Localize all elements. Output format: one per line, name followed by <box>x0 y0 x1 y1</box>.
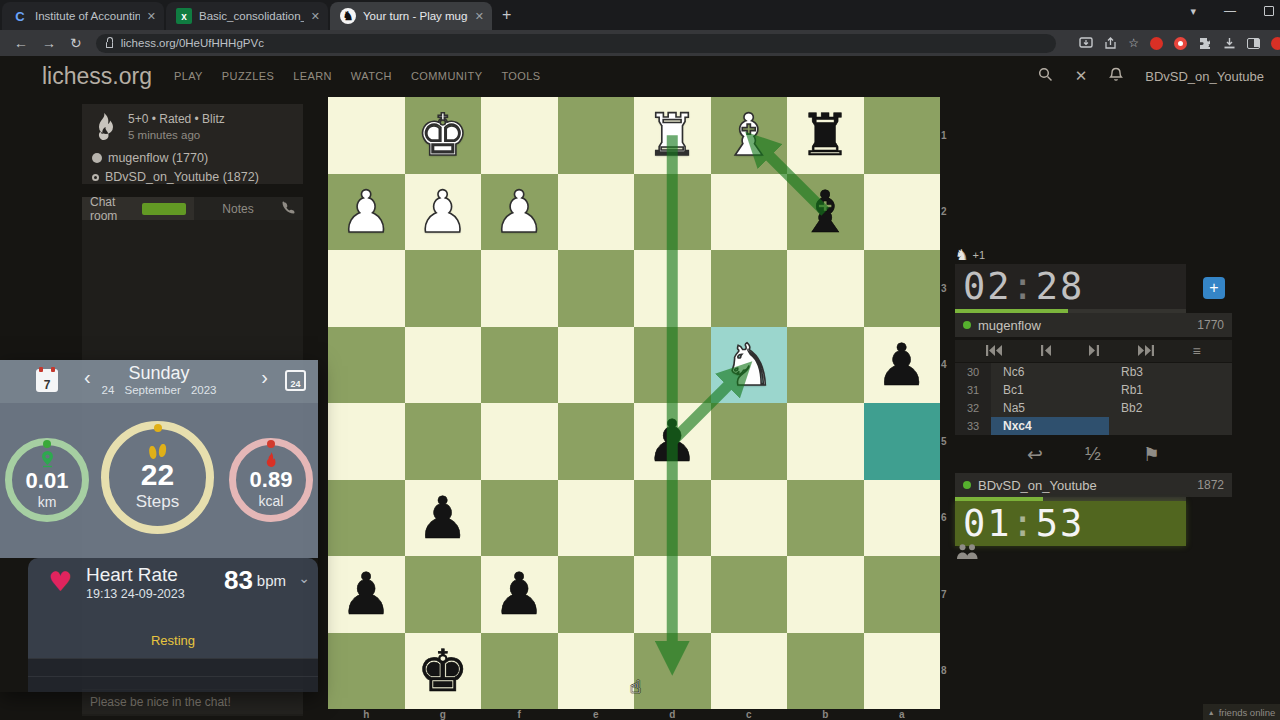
nav-puzzles[interactable]: PUZZLES <box>222 70 274 82</box>
time-control: 5+0 • Rated • Blitz <box>128 112 225 126</box>
black-piece-b1[interactable]: ♜ <box>799 97 851 174</box>
white-piece-c4[interactable]: ♞ <box>723 327 775 404</box>
square-h6[interactable] <box>328 480 405 557</box>
square-e4[interactable] <box>558 327 635 404</box>
square-d6[interactable] <box>634 480 711 557</box>
chevron-down-icon[interactable]: ⌄ <box>298 570 310 586</box>
square-a2[interactable] <box>864 174 941 251</box>
calendar-week-icon[interactable]: 7 <box>36 369 58 392</box>
url-text[interactable]: lichess.org/0HeUfHHHgPVc <box>121 37 264 49</box>
square-h1[interactable] <box>328 97 405 174</box>
footprints-icon <box>149 444 166 457</box>
online-dot <box>963 481 971 489</box>
extension-record-icon[interactable] <box>1150 37 1163 50</box>
chat-toggle[interactable] <box>142 203 186 215</box>
site-header: lichess.org PLAY PUZZLES LEARN WATCH COM… <box>0 56 1280 96</box>
move-controls: ≡ <box>955 340 1232 362</box>
square-c3[interactable] <box>711 250 788 327</box>
square-e5[interactable] <box>558 403 635 480</box>
square-c5[interactable] <box>711 403 788 480</box>
forward-icon[interactable]: → <box>42 35 56 51</box>
square-c6[interactable] <box>711 480 788 557</box>
chrome-favicon: C <box>12 8 28 24</box>
profile-avatar[interactable] <box>1271 37 1280 50</box>
square-b4[interactable] <box>787 327 864 404</box>
new-tab-button[interactable]: + <box>502 6 511 24</box>
move-row: 32 Na5 Bb2 <box>955 399 1232 417</box>
browser-tab-bar: C Institute of Accounting Science ✕ x Ba… <box>0 0 1280 30</box>
draw-offer-button[interactable]: ½ <box>1085 443 1101 465</box>
chat-input[interactable] <box>82 690 303 714</box>
nav-learn[interactable]: LEARN <box>293 70 332 82</box>
tab-lichess-active[interactable]: ♞ Your turn - Play mugenflow • lic ✕ <box>330 2 492 30</box>
move-list: 30 Nc6 Rb3 31 Bc1 Rb1 32 Na5 Bb2 33 Nxc4 <box>955 363 1232 435</box>
give-time-button[interactable]: + <box>1203 277 1225 299</box>
move[interactable]: Bc1 <box>991 381 1109 399</box>
lichess-favicon: ♞ <box>340 8 356 24</box>
square-h5[interactable] <box>328 403 405 480</box>
nav-tools[interactable]: TOOLS <box>501 70 540 82</box>
material-advantage: ♞ +1 <box>955 246 985 264</box>
last-move-button[interactable] <box>1138 342 1154 360</box>
square-d4[interactable] <box>634 327 711 404</box>
extension-red-icon[interactable] <box>1174 37 1187 50</box>
square-b8[interactable] <box>787 633 864 710</box>
tab-institute[interactable]: C Institute of Accounting Science ✕ <box>2 2 164 30</box>
nav-play[interactable]: PLAY <box>174 70 203 82</box>
game-actions: ↩ ½ ⚑ <box>955 438 1232 470</box>
square-c1[interactable]: ♝ <box>711 97 788 174</box>
downloads-icon[interactable] <box>1223 37 1236 50</box>
black-piece-g8[interactable]: ♚ <box>417 633 469 710</box>
username-menu[interactable]: BDvSD_on_Youtube <box>1145 69 1264 84</box>
white-color-icon <box>92 153 102 163</box>
menu-icon[interactable]: ≡ <box>1193 343 1201 359</box>
tab-close-icon[interactable]: ✕ <box>147 10 156 23</box>
square-b6[interactable] <box>787 480 864 557</box>
extensions-puzzle-icon[interactable] <box>1198 36 1212 50</box>
friends-online-bar[interactable]: ▲ friends online <box>1203 704 1280 720</box>
white-player-line[interactable]: mugenflow (1770) <box>92 151 293 165</box>
ring-dot <box>267 440 275 448</box>
minimize-button[interactable]: — <box>1224 4 1236 18</box>
challenges-icon[interactable]: ✕ <box>1075 67 1088 85</box>
activity-rings: 0.01 km 22 Steps 0.89 kcal <box>0 403 318 558</box>
spectators-icon[interactable] <box>956 544 979 563</box>
square-b1[interactable]: ♜ <box>787 97 864 174</box>
blitz-flame-icon <box>92 112 116 146</box>
square-g6[interactable]: ♟ <box>405 480 482 557</box>
black-piece-h7[interactable]: ♟ <box>340 556 392 633</box>
black-piece-d5[interactable]: ♟ <box>646 403 698 480</box>
square-f5[interactable] <box>481 403 558 480</box>
prev-move-button[interactable] <box>1041 342 1051 360</box>
white-piece-g1[interactable]: ♚ <box>417 97 469 174</box>
split-screen-icon[interactable] <box>1247 38 1260 49</box>
square-f6[interactable] <box>481 480 558 557</box>
file-labels: hgfedcba <box>328 709 940 720</box>
distance-ring[interactable]: 0.01 km <box>5 438 89 522</box>
overlay-day: Sunday <box>59 363 259 384</box>
white-piece-g2[interactable]: ♟ <box>417 174 469 251</box>
calorie-flame-icon <box>265 452 277 467</box>
phone-overlay: 7 ‹ Sunday 24 September 2023 › 24 0.01 k… <box>0 360 318 692</box>
square-d5[interactable]: ♟ <box>634 403 711 480</box>
square-g8[interactable]: ♚ <box>405 633 482 710</box>
game-meta-box: 5+0 • Rated • Blitz 5 minutes ago mugenf… <box>82 104 303 184</box>
black-piece-f7[interactable]: ♟ <box>493 556 545 633</box>
ring-dot <box>43 440 51 448</box>
square-f1[interactable] <box>481 97 558 174</box>
square-b2[interactable]: ♝ <box>787 174 864 251</box>
black-color-icon <box>92 174 99 181</box>
captured-knight-icon: ♞ <box>955 246 968 264</box>
square-d8[interactable] <box>634 633 711 710</box>
tab-notes[interactable]: Notes <box>194 202 282 216</box>
square-a4[interactable]: ♟ <box>864 327 941 404</box>
heart-icon: ♥ <box>48 566 72 597</box>
main-nav: PLAY PUZZLES LEARN WATCH COMMUNITY TOOLS <box>174 70 541 82</box>
square-b3[interactable] <box>787 250 864 327</box>
square-h2[interactable]: ♟ <box>328 174 405 251</box>
overlay-date-header: 7 ‹ Sunday 24 September 2023 › 24 <box>0 360 318 403</box>
overlay-footer <box>28 658 318 692</box>
online-dot <box>963 321 971 329</box>
tab-search-icon[interactable]: ▾ <box>1190 5 1196 18</box>
mouse-cursor: ☝ <box>630 676 641 697</box>
square-g3[interactable] <box>405 250 482 327</box>
calendar-date-icon[interactable]: 24 <box>285 370 306 391</box>
player-row[interactable]: BDvSD_on_Youtube 1872 <box>955 473 1232 497</box>
move[interactable] <box>1109 417 1232 435</box>
address-bar[interactable]: lichess.org/0HeUfHHHgPVc <box>96 34 1056 53</box>
calories-ring[interactable]: 0.89 kcal <box>229 438 313 522</box>
white-piece-d1[interactable]: ♜ <box>646 97 698 174</box>
move[interactable]: Nc6 <box>991 363 1109 381</box>
move[interactable]: Rb3 <box>1109 363 1232 381</box>
square-f4[interactable] <box>481 327 558 404</box>
black-piece-g6[interactable]: ♟ <box>417 480 469 557</box>
move[interactable]: Rb1 <box>1109 381 1232 399</box>
move-row: 33 Nxc4 <box>955 417 1232 435</box>
steps-ring[interactable]: 22 Steps <box>101 421 214 534</box>
game-time-ago: 5 minutes ago <box>128 129 225 141</box>
square-c4[interactable]: ♞ <box>711 327 788 404</box>
square-a8[interactable] <box>864 633 941 710</box>
square-e2[interactable] <box>558 174 635 251</box>
excel-favicon: x <box>176 8 192 24</box>
move-row: 30 Nc6 Rb3 <box>955 363 1232 381</box>
square-a6[interactable] <box>864 480 941 557</box>
square-c7[interactable] <box>711 556 788 633</box>
back-icon[interactable]: ← <box>14 35 28 51</box>
square-h7[interactable]: ♟ <box>328 556 405 633</box>
square-f3[interactable] <box>481 250 558 327</box>
maximize-button[interactable] <box>1264 6 1274 16</box>
square-a5[interactable] <box>864 403 941 480</box>
location-pin-icon <box>40 451 55 468</box>
first-move-button[interactable] <box>986 342 1002 360</box>
square-h8[interactable] <box>328 633 405 710</box>
square-d3[interactable] <box>634 250 711 327</box>
move[interactable]: Bb2 <box>1109 399 1232 417</box>
heart-rate-card[interactable]: ♥ Heart Rate 19:13 24-09-2023 83 bpm ⌄ R… <box>28 558 318 658</box>
phone-icon[interactable] <box>282 200 295 218</box>
white-piece-f2[interactable]: ♟ <box>493 174 545 251</box>
search-icon[interactable] <box>1038 67 1053 85</box>
tab-close-icon[interactable]: ✕ <box>475 10 484 23</box>
install-icon[interactable] <box>1079 37 1093 50</box>
player-clock: 01:53 <box>955 501 1186 546</box>
tab-title: Your turn - Play mugenflow • lic <box>363 10 468 22</box>
chess-board[interactable]: ♚♜♝♜♟♟♟♝♞♟♟♟♟♟♚ <box>328 97 940 709</box>
share-icon[interactable] <box>1104 37 1117 50</box>
square-g7[interactable] <box>405 556 482 633</box>
white-piece-c1[interactable]: ♝ <box>723 97 775 174</box>
square-g1[interactable]: ♚ <box>405 97 482 174</box>
up-triangle-icon: ▲ <box>1208 709 1215 716</box>
square-d7[interactable] <box>634 556 711 633</box>
black-player-line[interactable]: BDvSD_on_Youtube (1872) <box>92 170 293 184</box>
opponent-player-row[interactable]: mugenflow 1770 <box>955 313 1232 337</box>
square-d2[interactable] <box>634 174 711 251</box>
square-f7[interactable]: ♟ <box>481 556 558 633</box>
move-current[interactable]: Nxc4 <box>991 417 1109 435</box>
black-piece-b2[interactable]: ♝ <box>799 174 851 251</box>
square-e3[interactable] <box>558 250 635 327</box>
square-f8[interactable] <box>481 633 558 710</box>
square-e8[interactable] <box>558 633 635 710</box>
square-c8[interactable] <box>711 633 788 710</box>
ring-dot <box>154 424 162 432</box>
white-piece-h2[interactable]: ♟ <box>340 174 392 251</box>
heart-rate-status: Resting <box>28 633 318 648</box>
square-f2[interactable]: ♟ <box>481 174 558 251</box>
square-g2[interactable]: ♟ <box>405 174 482 251</box>
square-b5[interactable] <box>787 403 864 480</box>
square-h4[interactable] <box>328 327 405 404</box>
next-day-chevron[interactable]: › <box>261 366 268 389</box>
resign-flag-icon[interactable]: ⚑ <box>1143 443 1160 466</box>
square-b7[interactable] <box>787 556 864 633</box>
tab-title: Basic_consolidation_examples_F <box>199 10 304 22</box>
square-h3[interactable] <box>328 250 405 327</box>
opponent-clock: 02:28 <box>955 264 1186 309</box>
square-d1[interactable]: ♜ <box>634 97 711 174</box>
nav-watch[interactable]: WATCH <box>351 70 392 82</box>
move[interactable]: Na5 <box>991 399 1109 417</box>
black-piece-a4[interactable]: ♟ <box>876 327 928 404</box>
square-e7[interactable] <box>558 556 635 633</box>
square-a3[interactable] <box>864 250 941 327</box>
lock-icon <box>106 42 113 48</box>
square-a1[interactable] <box>864 97 941 174</box>
rank-labels: 12345678 <box>941 97 955 709</box>
overlay-date: 24 September 2023 <box>59 384 259 396</box>
nav-community[interactable]: COMMUNITY <box>411 70 482 82</box>
reload-icon[interactable]: ↻ <box>70 35 82 51</box>
takeback-icon[interactable]: ↩ <box>1027 443 1043 466</box>
tab-close-icon[interactable]: ✕ <box>311 10 320 23</box>
square-e6[interactable] <box>558 480 635 557</box>
lichess-logo[interactable]: lichess.org <box>42 63 152 90</box>
square-g4[interactable] <box>405 327 482 404</box>
tab-excel[interactable]: x Basic_consolidation_examples_F ✕ <box>166 2 328 30</box>
square-c2[interactable] <box>711 174 788 251</box>
tab-chat-room[interactable]: Chat room <box>82 197 194 220</box>
square-g5[interactable] <box>405 403 482 480</box>
move-row: 31 Bc1 Rb1 <box>955 381 1232 399</box>
square-e1[interactable] <box>558 97 635 174</box>
tab-title: Institute of Accounting Science <box>35 10 140 22</box>
notifications-bell-icon[interactable] <box>1109 67 1123 85</box>
square-a7[interactable] <box>864 556 941 633</box>
next-move-button[interactable] <box>1089 342 1099 360</box>
bookmark-star-icon[interactable]: ☆ <box>1128 36 1139 50</box>
